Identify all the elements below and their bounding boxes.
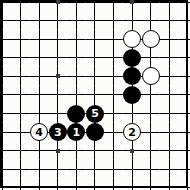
star-point — [56, 149, 60, 153]
board-diagram: 12345 — [0, 0, 190, 190]
star-point — [130, 149, 134, 153]
move-number: 3 — [54, 127, 62, 138]
stone-black-move-3: 3 — [49, 123, 67, 141]
stone-black — [67, 105, 85, 123]
stone-black-move-5: 5 — [86, 105, 104, 123]
move-number: 5 — [91, 108, 99, 119]
stone-black — [123, 49, 141, 67]
board-frame — [0, 0, 188, 188]
move-number: 4 — [35, 127, 43, 138]
star-point — [56, 74, 60, 78]
edge-tick — [56, 0, 60, 4]
move-number: 2 — [128, 127, 136, 138]
move-number: 1 — [73, 127, 81, 138]
edge-tick — [130, 0, 134, 4]
stone-white — [142, 30, 160, 48]
